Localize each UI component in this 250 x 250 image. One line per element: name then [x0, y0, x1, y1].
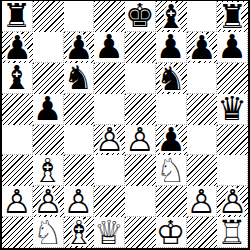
- piece-halo: ♟: [94, 125, 125, 156]
- square-b8[interactable]: [33, 1, 64, 32]
- black-pawn-icon: ♟: [156, 32, 186, 62]
- white-pawn-icon: ♙: [187, 186, 217, 216]
- square-e5[interactable]: [125, 94, 156, 125]
- white-pawn-icon: ♙: [217, 186, 248, 217]
- square-d2[interactable]: [94, 186, 125, 217]
- square-e1[interactable]: [125, 217, 156, 248]
- white-knight-icon: ♘: [156, 155, 186, 185]
- square-d1[interactable]: ♛♕: [94, 217, 125, 248]
- square-b3[interactable]: ♝♗: [33, 155, 64, 186]
- chess-board: ♜♜♚♚♝♝♜♜♟♟♟♟♟♟♟♟♟♟♟♟♝♝♞♞♞♞♟♟♛♛♟♙♟♙♟♟♝♗♞♘…: [0, 0, 250, 250]
- piece-halo: ♟: [33, 186, 64, 217]
- white-bishop-icon: ♗: [33, 155, 63, 185]
- square-h5[interactable]: ♛♛: [217, 94, 248, 125]
- square-h4[interactable]: [217, 125, 248, 156]
- square-f5[interactable]: [156, 94, 187, 125]
- piece-halo: ♟: [33, 94, 63, 124]
- black-pawn-icon: ♟: [2, 32, 33, 63]
- piece-halo: ♜: [2, 1, 32, 31]
- piece-halo: ♝: [2, 63, 32, 93]
- square-a1[interactable]: [2, 217, 33, 248]
- square-e6[interactable]: [125, 63, 156, 94]
- square-a6[interactable]: ♝♝: [2, 63, 33, 94]
- square-a3[interactable]: [2, 155, 33, 186]
- square-c7[interactable]: ♟♟: [64, 32, 95, 63]
- piece-halo: ♟: [125, 125, 155, 155]
- piece-halo: ♟: [156, 125, 187, 156]
- square-g5[interactable]: [187, 94, 218, 125]
- square-f6[interactable]: ♞♞: [156, 63, 187, 94]
- black-bishop-icon: ♝: [156, 1, 187, 32]
- square-b2[interactable]: ♟♙: [33, 186, 64, 217]
- piece-halo: ♜: [217, 1, 248, 32]
- square-e2[interactable]: [125, 186, 156, 217]
- piece-halo: ♝: [64, 217, 95, 248]
- square-c1[interactable]: ♝♗: [64, 217, 95, 248]
- square-a4[interactable]: [2, 125, 33, 156]
- white-pawn-icon: ♙: [94, 125, 125, 156]
- white-pawn-icon: ♙: [64, 186, 94, 216]
- piece-halo: ♟: [64, 186, 94, 216]
- square-d4[interactable]: ♟♙: [94, 125, 125, 156]
- piece-halo: ♝: [33, 155, 63, 185]
- square-d6[interactable]: [94, 63, 125, 94]
- square-c5[interactable]: [64, 94, 95, 125]
- square-h7[interactable]: ♟♟: [217, 32, 248, 63]
- square-d3[interactable]: [94, 155, 125, 186]
- piece-halo: ♞: [33, 217, 63, 247]
- square-h3[interactable]: [217, 155, 248, 186]
- square-g7[interactable]: ♟♟: [187, 32, 218, 63]
- black-queen-icon: ♛: [217, 94, 247, 124]
- black-pawn-icon: ♟: [187, 32, 218, 63]
- black-king-icon: ♚: [125, 1, 155, 31]
- piece-halo: ♟: [217, 32, 247, 62]
- piece-halo: ♟: [217, 186, 248, 217]
- black-knight-icon: ♞: [64, 63, 94, 93]
- black-bishop-icon: ♝: [2, 63, 32, 93]
- square-f1[interactable]: ♚♔: [156, 217, 187, 248]
- piece-halo: ♜: [217, 217, 247, 247]
- square-h8[interactable]: ♜♜: [217, 1, 248, 32]
- square-g2[interactable]: ♟♙: [187, 186, 218, 217]
- piece-halo: ♟: [156, 32, 186, 62]
- piece-halo: ♟: [2, 186, 32, 216]
- square-c2[interactable]: ♟♙: [64, 186, 95, 217]
- square-b6[interactable]: [33, 63, 64, 94]
- square-d8[interactable]: [94, 1, 125, 32]
- square-f4[interactable]: ♟♟: [156, 125, 187, 156]
- square-f7[interactable]: ♟♟: [156, 32, 187, 63]
- square-e7[interactable]: [125, 32, 156, 63]
- black-pawn-icon: ♟: [94, 32, 124, 62]
- square-a2[interactable]: ♟♙: [2, 186, 33, 217]
- piece-halo: ♚: [125, 1, 155, 31]
- square-f2[interactable]: [156, 186, 187, 217]
- square-b5[interactable]: ♟♟: [33, 94, 64, 125]
- square-d5[interactable]: [94, 94, 125, 125]
- square-e4[interactable]: ♟♙: [125, 125, 156, 156]
- square-g3[interactable]: [187, 155, 218, 186]
- square-f8[interactable]: ♝♝: [156, 1, 187, 32]
- square-f3[interactable]: ♞♘: [156, 155, 187, 186]
- piece-halo: ♞: [156, 63, 187, 94]
- square-c4[interactable]: [64, 125, 95, 156]
- square-c3[interactable]: [64, 155, 95, 186]
- square-c6[interactable]: ♞♞: [64, 63, 95, 94]
- square-a8[interactable]: ♜♜: [2, 1, 33, 32]
- piece-halo: ♛: [94, 217, 124, 247]
- white-rook-icon: ♖: [217, 217, 247, 247]
- white-king-icon: ♔: [156, 217, 186, 247]
- square-b7[interactable]: [33, 32, 64, 63]
- square-g8[interactable]: [187, 1, 218, 32]
- square-a7[interactable]: ♟♟: [2, 32, 33, 63]
- white-pawn-icon: ♙: [33, 186, 64, 217]
- piece-halo: ♞: [64, 63, 94, 93]
- piece-halo: ♟: [187, 186, 217, 216]
- square-b1[interactable]: ♞♘: [33, 217, 64, 248]
- piece-halo: ♟: [64, 32, 95, 63]
- piece-halo: ♟: [187, 32, 218, 63]
- square-g4[interactable]: [187, 125, 218, 156]
- square-h6[interactable]: [217, 63, 248, 94]
- piece-halo: ♛: [217, 94, 247, 124]
- square-a5[interactable]: [2, 94, 33, 125]
- white-pawn-icon: ♙: [2, 186, 32, 216]
- white-bishop-icon: ♗: [64, 217, 95, 248]
- white-knight-icon: ♘: [33, 217, 63, 247]
- black-rook-icon: ♜: [2, 1, 32, 31]
- piece-halo: ♝: [156, 1, 187, 32]
- square-h1[interactable]: ♜♖: [217, 217, 248, 248]
- black-pawn-icon: ♟: [217, 32, 247, 62]
- black-knight-icon: ♞: [156, 63, 187, 94]
- square-e8[interactable]: ♚♚: [125, 1, 156, 32]
- square-g1[interactable]: [187, 217, 218, 248]
- black-pawn-icon: ♟: [64, 32, 95, 63]
- black-pawn-icon: ♟: [33, 94, 63, 124]
- piece-halo: ♚: [156, 217, 186, 247]
- square-e3[interactable]: [125, 155, 156, 186]
- square-b4[interactable]: [33, 125, 64, 156]
- square-h2[interactable]: ♟♙: [217, 186, 248, 217]
- square-g6[interactable]: [187, 63, 218, 94]
- piece-halo: ♞: [156, 155, 186, 185]
- black-rook-icon: ♜: [217, 1, 248, 32]
- piece-halo: ♟: [94, 32, 124, 62]
- square-d7[interactable]: ♟♟: [94, 32, 125, 63]
- white-pawn-icon: ♙: [125, 125, 155, 155]
- square-c8[interactable]: [64, 1, 95, 32]
- black-pawn-icon: ♟: [156, 125, 187, 156]
- white-queen-icon: ♕: [94, 217, 124, 247]
- piece-halo: ♟: [2, 32, 33, 63]
